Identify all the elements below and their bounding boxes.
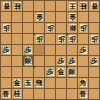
square-r6c3[interactable]: 銀	[23, 56, 33, 66]
square-r7c9[interactable]	[89, 67, 99, 77]
square-r3c7[interactable]: 銀	[67, 23, 77, 33]
square-r8c7[interactable]	[67, 78, 77, 88]
piece-sente-king[interactable]: 玉	[24, 78, 33, 88]
piece-sente-silver[interactable]: 銀	[24, 56, 33, 66]
square-r6c8[interactable]	[78, 56, 88, 66]
square-r3c3[interactable]	[23, 23, 33, 33]
piece-gote-silver[interactable]: 銀	[68, 23, 77, 33]
square-r5c1[interactable]: 歩	[1, 45, 11, 55]
piece-gote-king[interactable]: 王	[68, 1, 77, 11]
square-r8c3[interactable]: 玉	[23, 78, 33, 88]
square-r1c6[interactable]	[56, 1, 66, 11]
square-r3c2[interactable]	[12, 23, 22, 33]
piece-gote-lance[interactable]: 香	[90, 1, 99, 11]
square-r4c9[interactable]: 歩	[89, 34, 99, 44]
square-r2c2[interactable]	[12, 12, 22, 22]
square-r9c8[interactable]: 香	[78, 89, 88, 99]
square-r7c5[interactable]: 歩	[45, 67, 55, 77]
piece-sente-knight[interactable]: 桂	[13, 89, 22, 99]
square-r4c1[interactable]	[1, 34, 11, 44]
square-r7c8[interactable]	[78, 67, 88, 77]
piece-gote-knight[interactable]: 桂	[13, 1, 22, 11]
square-r4c8[interactable]	[78, 34, 88, 44]
square-r4c3[interactable]	[23, 34, 33, 44]
square-r9c9[interactable]	[89, 89, 99, 99]
shogi-board: 香桂王桂香金金歩歩銀歩歩歩歩歩歩歩歩銀歩歩歩歩金銀金玉飛角香桂香	[0, 0, 100, 100]
square-r8c2[interactable]: 金	[12, 78, 22, 88]
piece-gote-lance[interactable]: 香	[2, 1, 11, 11]
square-r6c6[interactable]: 歩	[56, 56, 66, 66]
square-r3c4[interactable]	[34, 23, 44, 33]
square-r8c6[interactable]	[56, 78, 66, 88]
square-r4c7[interactable]: 歩	[67, 34, 77, 44]
square-r9c5[interactable]	[45, 89, 55, 99]
square-r4c6[interactable]: 歩	[56, 34, 66, 44]
square-r8c8[interactable]: 角	[78, 78, 88, 88]
square-r9c2[interactable]: 桂	[12, 89, 22, 99]
square-r1c7[interactable]: 王	[67, 1, 77, 11]
square-r8c5[interactable]	[45, 78, 55, 88]
square-r8c4[interactable]: 飛	[34, 78, 44, 88]
piece-sente-pawn[interactable]: 歩	[90, 56, 99, 66]
piece-gote-gold[interactable]: 金	[68, 12, 77, 22]
piece-gote-pawn[interactable]: 歩	[2, 23, 11, 33]
piece-sente-pawn[interactable]: 歩	[79, 45, 88, 55]
square-r9c1[interactable]: 香	[1, 89, 11, 99]
square-r2c9[interactable]	[89, 12, 99, 22]
square-r3c1[interactable]: 歩	[1, 23, 11, 33]
square-r3c9[interactable]	[89, 23, 99, 33]
piece-gote-pawn[interactable]: 歩	[35, 34, 44, 44]
square-r9c4[interactable]	[34, 89, 44, 99]
square-r2c7[interactable]: 金	[67, 12, 77, 22]
piece-sente-silver[interactable]: 銀	[68, 67, 77, 77]
piece-gote-pawn[interactable]: 歩	[68, 34, 77, 44]
square-r7c4[interactable]	[34, 67, 44, 77]
square-r7c3[interactable]	[23, 67, 33, 77]
square-r6c4[interactable]	[34, 56, 44, 66]
square-r5c5[interactable]	[45, 45, 55, 55]
piece-sente-pawn[interactable]: 歩	[68, 56, 77, 66]
piece-gote-gold[interactable]: 金	[35, 12, 44, 22]
square-r1c3[interactable]	[23, 1, 33, 11]
piece-gote-pawn[interactable]: 歩	[57, 34, 66, 44]
piece-sente-pawn[interactable]: 歩	[24, 45, 33, 55]
piece-sente-lance[interactable]: 香	[79, 89, 88, 99]
square-r8c9[interactable]	[89, 78, 99, 88]
square-r5c2[interactable]	[12, 45, 22, 55]
square-r2c3[interactable]	[23, 12, 33, 22]
square-r7c2[interactable]	[12, 67, 22, 77]
square-r6c2[interactable]	[12, 56, 22, 66]
square-r1c8[interactable]: 桂	[78, 1, 88, 11]
piece-sente-bishop[interactable]: 角	[79, 78, 88, 88]
square-r2c1[interactable]	[1, 12, 11, 22]
square-r5c7[interactable]	[67, 45, 77, 55]
piece-sente-pawn[interactable]: 歩	[2, 45, 11, 55]
piece-sente-gold[interactable]: 金	[13, 78, 22, 88]
square-r2c6[interactable]	[56, 12, 66, 22]
piece-sente-pawn[interactable]: 歩	[46, 67, 55, 77]
square-r6c5[interactable]	[45, 56, 55, 66]
square-r9c6[interactable]	[56, 89, 66, 99]
square-r7c1[interactable]	[1, 67, 11, 77]
square-r3c6[interactable]	[56, 23, 66, 33]
square-r7c6[interactable]: 金	[56, 67, 66, 77]
square-r4c2[interactable]	[12, 34, 22, 44]
piece-gote-pawn[interactable]: 歩	[46, 23, 55, 33]
square-r6c7[interactable]: 歩	[67, 56, 77, 66]
piece-sente-lance[interactable]: 香	[2, 89, 11, 99]
piece-sente-pawn[interactable]: 歩	[57, 56, 66, 66]
square-r2c4[interactable]: 金	[34, 12, 44, 22]
square-r6c1[interactable]	[1, 56, 11, 66]
square-r1c9[interactable]: 香	[89, 1, 99, 11]
square-r3c8[interactable]: 歩	[78, 23, 88, 33]
square-r5c8[interactable]: 歩	[78, 45, 88, 55]
piece-gote-pawn[interactable]: 歩	[90, 34, 99, 44]
square-r2c5[interactable]	[45, 12, 55, 22]
square-r9c7[interactable]	[67, 89, 77, 99]
piece-gote-knight[interactable]: 桂	[79, 1, 88, 11]
square-r5c4[interactable]	[34, 45, 44, 55]
square-r9c3[interactable]	[23, 89, 33, 99]
square-r6c9[interactable]: 歩	[89, 56, 99, 66]
square-r3c5[interactable]: 歩	[45, 23, 55, 33]
square-r8c1[interactable]	[1, 78, 11, 88]
square-r1c1[interactable]: 香	[1, 1, 11, 11]
square-r4c4[interactable]: 歩	[34, 34, 44, 44]
piece-sente-gold[interactable]: 金	[57, 67, 66, 77]
square-r4c5[interactable]	[45, 34, 55, 44]
piece-sente-rook[interactable]: 飛	[35, 78, 44, 88]
square-r5c3[interactable]: 歩	[23, 45, 33, 55]
square-r1c5[interactable]	[45, 1, 55, 11]
square-r1c2[interactable]: 桂	[12, 1, 22, 11]
square-r5c6[interactable]	[56, 45, 66, 55]
piece-gote-pawn[interactable]: 歩	[79, 23, 88, 33]
square-r1c4[interactable]	[34, 1, 44, 11]
square-r7c7[interactable]: 銀	[67, 67, 77, 77]
square-r2c8[interactable]	[78, 12, 88, 22]
square-r5c9[interactable]	[89, 45, 99, 55]
